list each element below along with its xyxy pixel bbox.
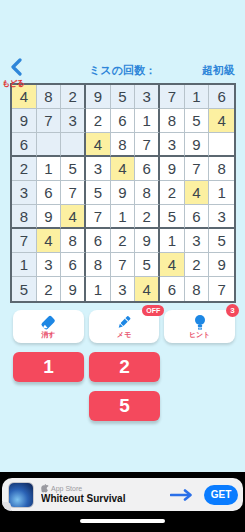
get-button[interactable]: GET [204, 485, 238, 505]
cell-r2c9[interactable]: 4 [209, 109, 234, 133]
cell-r7c4[interactable]: 6 [86, 229, 111, 253]
cell-r1c5[interactable]: 5 [111, 85, 136, 109]
hint-count-badge: 3 [226, 304, 239, 317]
cell-r6c5[interactable]: 1 [111, 205, 136, 229]
cell-r5c1[interactable]: 3 [12, 181, 37, 205]
memo-label: メモ [117, 331, 131, 339]
number-key-1[interactable]: 1 [13, 352, 84, 382]
cell-r9c1[interactable]: 5 [12, 277, 37, 301]
cell-r3c5[interactable]: 8 [111, 133, 136, 157]
cell-r6c2[interactable]: 9 [37, 205, 62, 229]
number-key-2[interactable]: 2 [89, 352, 160, 382]
difficulty-label: 超初級 [202, 63, 235, 78]
cell-r4c4[interactable]: 3 [86, 157, 111, 181]
cell-r2c5[interactable]: 6 [111, 109, 136, 133]
cell-r7c3[interactable]: 8 [61, 229, 86, 253]
cell-r2c8[interactable]: 5 [185, 109, 210, 133]
cell-r1c8[interactable]: 1 [185, 85, 210, 109]
ad-banner[interactable]: App Store Whiteout Survival GET [2, 478, 243, 511]
ad-bar: App Store Whiteout Survival GET [0, 472, 245, 532]
cell-r8c5[interactable]: 7 [111, 253, 136, 277]
cell-r6c6[interactable]: 2 [135, 205, 160, 229]
cell-r6c7[interactable]: 5 [160, 205, 185, 229]
cell-r8c3[interactable]: 6 [61, 253, 86, 277]
cell-r8c6[interactable]: 5 [135, 253, 160, 277]
cell-r7c7[interactable]: 1 [160, 229, 185, 253]
cell-r1c6[interactable]: 3 [135, 85, 160, 109]
bulb-icon [190, 314, 210, 331]
cell-r7c6[interactable]: 9 [135, 229, 160, 253]
cell-r5c6[interactable]: 8 [135, 181, 160, 205]
cell-r1c9[interactable]: 6 [209, 85, 234, 109]
tool-buttons-row: 消す メモ OFF ヒント 3 [13, 310, 235, 343]
cell-r2c3[interactable]: 3 [61, 109, 86, 133]
cell-r6c1[interactable]: 8 [12, 205, 37, 229]
cell-r7c9[interactable]: 5 [209, 229, 234, 253]
ad-store-label: App Store [51, 484, 82, 493]
cell-r6c8[interactable]: 6 [185, 205, 210, 229]
cell-r5c3[interactable]: 7 [61, 181, 86, 205]
cell-r3c4[interactable]: 4 [86, 133, 111, 157]
cell-r4c3[interactable]: 5 [61, 157, 86, 181]
cell-r3c8[interactable]: 9 [185, 133, 210, 157]
cell-r4c7[interactable]: 9 [160, 157, 185, 181]
cell-r6c9[interactable]: 3 [209, 205, 234, 229]
cell-r9c9[interactable]: 7 [209, 277, 234, 301]
cell-r8c4[interactable]: 8 [86, 253, 111, 277]
cell-r7c5[interactable]: 2 [111, 229, 136, 253]
cell-r3c2[interactable] [37, 133, 62, 157]
cell-r2c7[interactable]: 8 [160, 109, 185, 133]
ad-text-block: App Store Whiteout Survival [41, 484, 170, 505]
erase-button[interactable]: 消す [13, 310, 84, 343]
cell-r7c2[interactable]: 4 [37, 229, 62, 253]
cell-r3c1[interactable]: 6 [12, 133, 37, 157]
cell-r3c7[interactable]: 3 [160, 133, 185, 157]
cell-r9c6[interactable]: 4 [135, 277, 160, 301]
cell-r8c9[interactable]: 9 [209, 253, 234, 277]
cell-r9c3[interactable]: 9 [61, 277, 86, 301]
cell-r1c2[interactable]: 8 [37, 85, 62, 109]
cell-r8c8[interactable]: 2 [185, 253, 210, 277]
ad-store-line: App Store [41, 484, 170, 493]
cell-r5c5[interactable]: 9 [111, 181, 136, 205]
ad-app-name: Whiteout Survival [41, 493, 170, 505]
cell-r8c7[interactable]: 4 [160, 253, 185, 277]
cell-r2c1[interactable]: 9 [12, 109, 37, 133]
ad-app-icon [8, 482, 34, 508]
cell-r2c2[interactable]: 7 [37, 109, 62, 133]
cell-r1c4[interactable]: 9 [86, 85, 111, 109]
sudoku-board: 4829537169732618546487392153469783675982… [10, 83, 236, 303]
cell-r2c6[interactable]: 1 [135, 109, 160, 133]
cell-r5c7[interactable]: 2 [160, 181, 185, 205]
cell-r2c4[interactable]: 2 [86, 109, 111, 133]
cell-r9c7[interactable]: 6 [160, 277, 185, 301]
ad-info-icon[interactable] [2, 502, 11, 511]
cell-r3c3[interactable] [61, 133, 86, 157]
memo-off-badge: OFF [142, 305, 164, 316]
cell-r1c3[interactable]: 2 [61, 85, 86, 109]
cell-r4c8[interactable]: 7 [185, 157, 210, 181]
cell-r9c5[interactable]: 3 [111, 277, 136, 301]
cell-r4c9[interactable]: 8 [209, 157, 234, 181]
arrow-right-icon [170, 489, 196, 501]
cell-r7c1[interactable]: 7 [12, 229, 37, 253]
memo-button[interactable]: メモ OFF [89, 310, 160, 343]
hint-label: ヒント [189, 331, 211, 339]
cell-r5c4[interactable]: 5 [86, 181, 111, 205]
back-text-label[interactable]: もどる [2, 78, 24, 89]
home-indicator[interactable] [80, 519, 165, 523]
hint-button[interactable]: ヒント 3 [164, 310, 235, 343]
cell-r9c4[interactable]: 1 [86, 277, 111, 301]
cell-r4c5[interactable]: 4 [111, 157, 136, 181]
cell-r1c7[interactable]: 7 [160, 85, 185, 109]
apple-logo-icon [41, 484, 49, 493]
cell-r5c9[interactable]: 1 [209, 181, 234, 205]
cell-r9c2[interactable]: 2 [37, 277, 62, 301]
eraser-icon [38, 314, 58, 331]
cell-r9c8[interactable]: 8 [185, 277, 210, 301]
cell-r7c8[interactable]: 3 [185, 229, 210, 253]
cell-r4c1[interactable]: 2 [12, 157, 37, 181]
cell-r5c2[interactable]: 6 [37, 181, 62, 205]
cell-r3c9[interactable] [209, 133, 234, 157]
cell-r4c6[interactable]: 6 [135, 157, 160, 181]
pencil-icon [114, 314, 134, 331]
cell-r6c3[interactable]: 4 [61, 205, 86, 229]
cell-r6c4[interactable]: 7 [86, 205, 111, 229]
cell-r4c2[interactable]: 1 [37, 157, 62, 181]
number-key-5[interactable]: 5 [89, 391, 160, 421]
cell-r8c2[interactable]: 3 [37, 253, 62, 277]
cell-r8c1[interactable]: 1 [12, 253, 37, 277]
cell-r5c8[interactable]: 4 [185, 181, 210, 205]
cell-r3c6[interactable]: 7 [135, 133, 160, 157]
erase-label: 消す [41, 331, 55, 339]
